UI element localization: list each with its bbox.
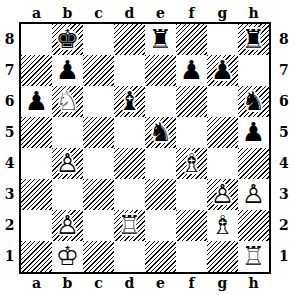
square-a6[interactable]: ♟ bbox=[21, 86, 52, 117]
square-h4[interactable] bbox=[238, 148, 269, 179]
piece-black-rook: ♜ bbox=[145, 24, 176, 55]
piece-black-pawn: ♟ bbox=[21, 86, 52, 117]
square-d3[interactable] bbox=[114, 179, 145, 210]
white-rook-outline: ♖ bbox=[114, 210, 145, 241]
file-labels-bottom: abcdefgh bbox=[19, 274, 271, 295]
square-f5[interactable] bbox=[176, 117, 207, 148]
square-d7[interactable] bbox=[114, 55, 145, 86]
white-pawn-outline: ♙ bbox=[238, 179, 269, 210]
rank-label-left-3: 3 bbox=[0, 179, 19, 210]
black-pawn-glyph: ♟ bbox=[52, 55, 83, 86]
rank-labels-right: 87654321 bbox=[271, 22, 295, 274]
square-a2[interactable] bbox=[21, 210, 52, 241]
square-f4[interactable]: ♝♗ bbox=[176, 148, 207, 179]
rank-label-right-8: 8 bbox=[271, 24, 295, 55]
square-e8[interactable]: ♜ bbox=[145, 24, 176, 55]
square-c2[interactable] bbox=[83, 210, 114, 241]
square-h6[interactable]: ♞ bbox=[238, 86, 269, 117]
file-label-bottom-e: e bbox=[145, 274, 176, 291]
square-h1[interactable]: ♜♖ bbox=[238, 241, 269, 272]
piece-black-pawn: ♟ bbox=[207, 55, 238, 86]
square-g7[interactable]: ♟ bbox=[207, 55, 238, 86]
white-pawn-outline: ♙ bbox=[52, 148, 83, 179]
square-f7[interactable]: ♟ bbox=[176, 55, 207, 86]
file-label-top-d: d bbox=[114, 5, 145, 22]
square-b1[interactable]: ♚♔ bbox=[52, 241, 83, 272]
square-g1[interactable] bbox=[207, 241, 238, 272]
square-g4[interactable] bbox=[207, 148, 238, 179]
piece-white-bishop: ♝♗ bbox=[176, 148, 207, 179]
square-h3[interactable]: ♟♙ bbox=[238, 179, 269, 210]
square-g8[interactable] bbox=[207, 24, 238, 55]
piece-black-rook: ♜ bbox=[238, 24, 269, 55]
white-king-outline: ♔ bbox=[52, 241, 83, 272]
square-b4[interactable]: ♟♙ bbox=[52, 148, 83, 179]
square-h2[interactable] bbox=[238, 210, 269, 241]
rank-label-right-4: 4 bbox=[271, 148, 295, 179]
black-rook-glyph: ♜ bbox=[238, 24, 269, 55]
square-e1[interactable] bbox=[145, 241, 176, 272]
square-b6[interactable]: ♞♘ bbox=[52, 86, 83, 117]
square-h8[interactable]: ♜ bbox=[238, 24, 269, 55]
square-c7[interactable] bbox=[83, 55, 114, 86]
square-d6[interactable]: ♝ bbox=[114, 86, 145, 117]
square-d2[interactable]: ♜♖ bbox=[114, 210, 145, 241]
black-knight-glyph: ♞ bbox=[145, 117, 176, 148]
piece-white-king: ♚♔ bbox=[52, 241, 83, 272]
file-label-top-b: b bbox=[52, 5, 83, 22]
piece-black-knight: ♞ bbox=[238, 86, 269, 117]
rank-label-right-7: 7 bbox=[271, 55, 295, 86]
square-h5[interactable]: ♟ bbox=[238, 117, 269, 148]
file-label-bottom-b: b bbox=[52, 274, 83, 291]
square-c1[interactable] bbox=[83, 241, 114, 272]
square-b3[interactable] bbox=[52, 179, 83, 210]
file-label-top-c: c bbox=[83, 5, 114, 22]
piece-black-knight: ♞ bbox=[145, 117, 176, 148]
square-c8[interactable] bbox=[83, 24, 114, 55]
rank-label-left-7: 7 bbox=[0, 55, 19, 86]
square-f2[interactable] bbox=[176, 210, 207, 241]
file-label-bottom-d: d bbox=[114, 274, 145, 291]
square-g3[interactable]: ♟♙ bbox=[207, 179, 238, 210]
white-bishop-outline: ♗ bbox=[207, 210, 238, 241]
chess-board: ♚♜♜♟♟♟♟♞♘♝♞♞♟♟♙♝♗♟♙♟♙♟♙♜♖♝♗♚♔♜♖ bbox=[19, 22, 271, 274]
rank-label-right-1: 1 bbox=[271, 241, 295, 272]
rank-label-left-4: 4 bbox=[0, 148, 19, 179]
square-g5[interactable] bbox=[207, 117, 238, 148]
file-label-top-f: f bbox=[176, 5, 207, 22]
white-pawn-outline: ♙ bbox=[207, 179, 238, 210]
piece-white-bishop: ♝♗ bbox=[207, 210, 238, 241]
square-d5[interactable] bbox=[114, 117, 145, 148]
square-b5[interactable] bbox=[52, 117, 83, 148]
white-knight-outline: ♘ bbox=[52, 86, 83, 117]
square-f6[interactable] bbox=[176, 86, 207, 117]
piece-white-pawn: ♟♙ bbox=[52, 210, 83, 241]
piece-white-rook: ♜♖ bbox=[114, 210, 145, 241]
file-label-bottom-f: f bbox=[176, 274, 207, 291]
piece-black-bishop: ♝ bbox=[114, 86, 145, 117]
square-d8[interactable] bbox=[114, 24, 145, 55]
square-h7[interactable] bbox=[238, 55, 269, 86]
file-label-top-e: e bbox=[145, 5, 176, 22]
square-b2[interactable]: ♟♙ bbox=[52, 210, 83, 241]
file-label-bottom-h: h bbox=[238, 274, 269, 291]
square-a7[interactable] bbox=[21, 55, 52, 86]
square-d4[interactable] bbox=[114, 148, 145, 179]
black-rook-glyph: ♜ bbox=[145, 24, 176, 55]
file-label-bottom-g: g bbox=[207, 274, 238, 291]
square-e2[interactable] bbox=[145, 210, 176, 241]
square-g2[interactable]: ♝♗ bbox=[207, 210, 238, 241]
black-pawn-glyph: ♟ bbox=[176, 55, 207, 86]
square-c3[interactable] bbox=[83, 179, 114, 210]
file-label-top-g: g bbox=[207, 5, 238, 22]
black-pawn-glyph: ♟ bbox=[21, 86, 52, 117]
black-king-glyph: ♚ bbox=[52, 24, 83, 55]
file-label-top-h: h bbox=[238, 5, 269, 22]
square-f3[interactable] bbox=[176, 179, 207, 210]
square-e4[interactable] bbox=[145, 148, 176, 179]
file-labels-top: abcdefgh bbox=[19, 0, 271, 22]
square-d1[interactable] bbox=[114, 241, 145, 272]
square-b8[interactable]: ♚ bbox=[52, 24, 83, 55]
white-bishop-outline: ♗ bbox=[176, 148, 207, 179]
piece-black-king: ♚ bbox=[52, 24, 83, 55]
piece-white-rook: ♜♖ bbox=[238, 241, 269, 272]
chess-diagram: abcdefgh abcdefgh 87654321 87654321 ♚♜♜♟… bbox=[0, 0, 295, 295]
piece-white-knight: ♞♘ bbox=[52, 86, 83, 117]
piece-black-pawn: ♟ bbox=[52, 55, 83, 86]
rank-label-right-3: 3 bbox=[271, 179, 295, 210]
square-a3[interactable] bbox=[21, 179, 52, 210]
square-b7[interactable]: ♟ bbox=[52, 55, 83, 86]
black-pawn-glyph: ♟ bbox=[238, 117, 269, 148]
black-pawn-glyph: ♟ bbox=[207, 55, 238, 86]
square-g6[interactable] bbox=[207, 86, 238, 117]
file-label-bottom-c: c bbox=[83, 274, 114, 291]
square-c5[interactable] bbox=[83, 117, 114, 148]
white-pawn-outline: ♙ bbox=[52, 210, 83, 241]
rank-label-left-6: 6 bbox=[0, 86, 19, 117]
square-e7[interactable] bbox=[145, 55, 176, 86]
square-a1[interactable] bbox=[21, 241, 52, 272]
rank-label-left-2: 2 bbox=[0, 210, 19, 241]
white-rook-outline: ♖ bbox=[238, 241, 269, 272]
square-e5[interactable]: ♞ bbox=[145, 117, 176, 148]
square-c6[interactable] bbox=[83, 86, 114, 117]
square-e3[interactable] bbox=[145, 179, 176, 210]
rank-label-right-6: 6 bbox=[271, 86, 295, 117]
piece-white-pawn: ♟♙ bbox=[207, 179, 238, 210]
rank-label-right-5: 5 bbox=[271, 117, 295, 148]
rank-label-left-1: 1 bbox=[0, 241, 19, 272]
piece-white-pawn: ♟♙ bbox=[238, 179, 269, 210]
piece-white-pawn: ♟♙ bbox=[52, 148, 83, 179]
piece-black-pawn: ♟ bbox=[176, 55, 207, 86]
black-bishop-glyph: ♝ bbox=[114, 86, 145, 117]
square-f1[interactable] bbox=[176, 241, 207, 272]
square-e6[interactable] bbox=[145, 86, 176, 117]
file-label-top-a: a bbox=[21, 5, 52, 22]
square-f8[interactable] bbox=[176, 24, 207, 55]
square-a4[interactable] bbox=[21, 148, 52, 179]
rank-label-left-8: 8 bbox=[0, 24, 19, 55]
piece-black-pawn: ♟ bbox=[238, 117, 269, 148]
square-a8[interactable] bbox=[21, 24, 52, 55]
square-a5[interactable] bbox=[21, 117, 52, 148]
rank-labels-left: 87654321 bbox=[0, 22, 19, 274]
rank-label-right-2: 2 bbox=[271, 210, 295, 241]
black-knight-glyph: ♞ bbox=[238, 86, 269, 117]
file-label-bottom-a: a bbox=[21, 274, 52, 291]
rank-label-left-5: 5 bbox=[0, 117, 19, 148]
square-c4[interactable] bbox=[83, 148, 114, 179]
